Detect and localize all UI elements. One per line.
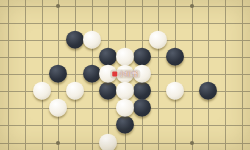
black-stone — [199, 82, 217, 100]
grid-line-horizontal — [0, 6, 250, 7]
white-stone — [99, 65, 117, 83]
black-stone — [99, 48, 117, 66]
star-point — [190, 141, 194, 145]
black-stone — [83, 65, 101, 83]
grid-line-horizontal — [0, 23, 250, 24]
white-stone — [149, 31, 167, 49]
white-stone — [116, 65, 134, 83]
white-stone — [33, 82, 51, 100]
star-point — [56, 141, 60, 145]
white-stone — [116, 48, 134, 66]
black-stone — [99, 82, 117, 100]
black-stone — [116, 116, 134, 134]
white-stone — [49, 99, 67, 117]
black-stone — [166, 48, 184, 66]
white-stone — [116, 82, 134, 100]
grid-line-horizontal — [0, 40, 250, 41]
black-stone — [49, 65, 67, 83]
white-stone — [99, 133, 117, 150]
black-stone — [133, 82, 151, 100]
gomoku-board[interactable]: 小红书 — [0, 0, 250, 150]
star-point — [56, 4, 60, 8]
black-stone — [66, 31, 84, 49]
white-stone — [133, 65, 151, 83]
black-stone — [133, 99, 151, 117]
white-stone — [66, 82, 84, 100]
white-stone — [116, 99, 134, 117]
white-stone — [83, 31, 101, 49]
grid-line-horizontal — [0, 143, 250, 144]
black-stone — [133, 48, 151, 66]
star-point — [190, 4, 194, 8]
white-stone — [166, 82, 184, 100]
